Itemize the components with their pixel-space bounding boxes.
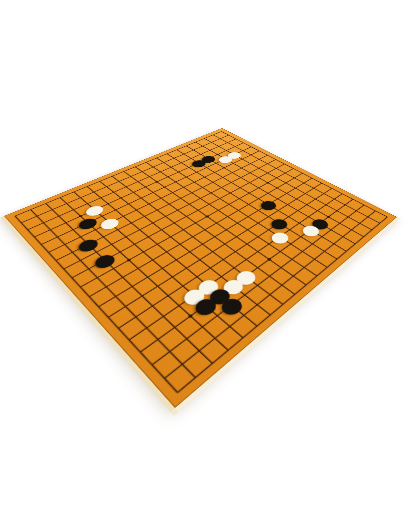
go-board[interactable]: ●●●●●●●●●●●●●●●●●●●●●: [4, 128, 397, 408]
photo-scene: ●●●●●●●●●●●●●●●●●●●●●: [0, 0, 414, 531]
